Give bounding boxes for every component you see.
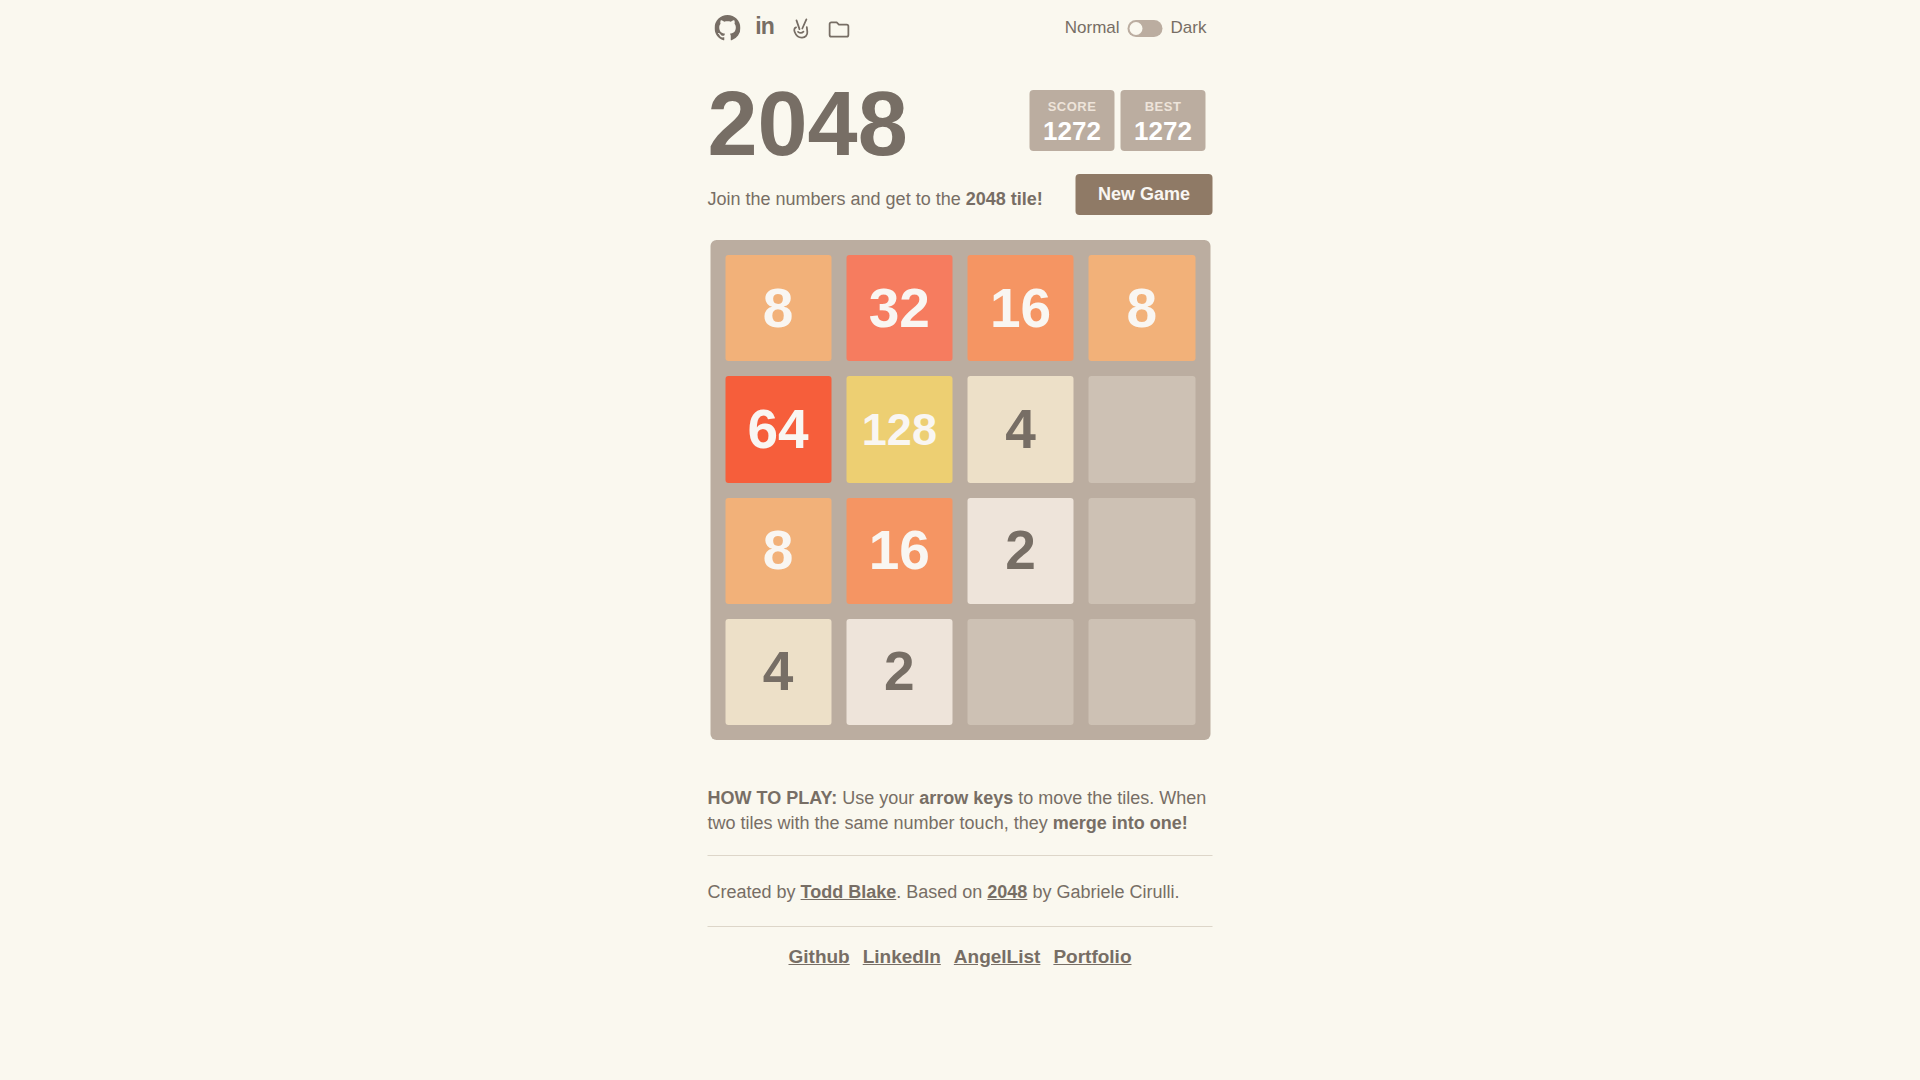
howto-bold-2: arrow keys: [919, 788, 1013, 808]
footer-link-linkedin[interactable]: LinkedIn: [863, 946, 941, 968]
credit-middle: . Based on: [896, 882, 987, 902]
how-to-play-text: HOW TO PLAY: Use your arrow keys to move…: [708, 786, 1213, 836]
linkedin-in-glyph: in: [755, 15, 773, 41]
score-container: SCORE 1272 BEST 1272: [1030, 90, 1206, 151]
score-label: SCORE: [1048, 99, 1097, 114]
theme-toggle-group: Normal Dark: [1065, 18, 1213, 38]
board: 832168641284816242: [710, 240, 1210, 740]
folder-icon[interactable]: [826, 15, 852, 41]
tile-8-r3c1: 8: [725, 498, 831, 604]
divider: [708, 855, 1213, 856]
peace-hand-glyph: [789, 16, 814, 41]
best-value: 1272: [1134, 116, 1192, 147]
tile-128-r2c2: 128: [846, 376, 952, 482]
tile-2-r3c3: 2: [968, 498, 1074, 604]
empty-cell-r4c3: [968, 619, 1074, 725]
linkedin-icon[interactable]: in: [752, 15, 778, 41]
credit-line: Created by Todd Blake. Based on 2048 by …: [708, 882, 1213, 903]
empty-cell-r3c4: [1089, 498, 1195, 604]
app-container: in Normal: [708, 0, 1213, 1080]
divider: [708, 926, 1213, 927]
tagline-text: Join the numbers and get to the: [708, 189, 966, 209]
tile-8-r1c4: 8: [1089, 255, 1195, 361]
original-game-link[interactable]: 2048: [987, 882, 1027, 902]
best-label: BEST: [1145, 99, 1182, 114]
new-game-button[interactable]: New Game: [1076, 174, 1213, 215]
tagline: Join the numbers and get to the 2048 til…: [708, 189, 1043, 210]
empty-cell-r4c4: [1089, 619, 1195, 725]
howto-text-1: Use your: [837, 788, 919, 808]
page: in Normal: [0, 0, 1920, 1080]
score-box: SCORE 1272: [1030, 90, 1115, 151]
tile-4-r4c1: 4: [725, 619, 831, 725]
credit-prefix: Created by: [708, 882, 801, 902]
theme-toggle[interactable]: [1128, 20, 1163, 37]
theme-toggle-knob[interactable]: [1130, 22, 1143, 35]
github-icon[interactable]: [715, 15, 741, 41]
score-value: 1272: [1043, 116, 1101, 147]
credit-suffix: by Gabriele Cirulli.: [1027, 882, 1179, 902]
empty-cell-r2c4: [1089, 376, 1195, 482]
folder-glyph: [826, 16, 851, 41]
footer-links: Github LinkedIn AngelList Portfolio: [708, 946, 1213, 968]
tile-16-r3c2: 16: [846, 498, 952, 604]
footer-link-github[interactable]: Github: [789, 946, 850, 968]
tile-4-r2c3: 4: [968, 376, 1074, 482]
theme-label-dark: Dark: [1171, 18, 1207, 38]
tile-8-r1c1: 8: [725, 255, 831, 361]
howto-bold-1: HOW TO PLAY:: [708, 788, 838, 808]
tagline-bold: 2048 tile!: [966, 189, 1043, 209]
peace-hand-icon[interactable]: [789, 15, 815, 41]
tile-32-r1c2: 32: [846, 255, 952, 361]
best-box: BEST 1272: [1121, 90, 1206, 151]
author-link[interactable]: Todd Blake: [801, 882, 897, 902]
footer-link-angellist[interactable]: AngelList: [954, 946, 1041, 968]
tile-64-r2c1: 64: [725, 376, 831, 482]
social-icons: in: [708, 15, 852, 41]
theme-label-normal: Normal: [1065, 18, 1120, 38]
howto-bold-3: merge into one!: [1053, 813, 1188, 833]
footer-link-portfolio[interactable]: Portfolio: [1053, 946, 1131, 968]
page-title: 2048: [708, 82, 908, 168]
tile-16-r1c3: 16: [968, 255, 1074, 361]
tile-2-r4c2: 2: [846, 619, 952, 725]
github-octocat-glyph: [715, 15, 741, 41]
topbar: in Normal: [708, 12, 1213, 44]
